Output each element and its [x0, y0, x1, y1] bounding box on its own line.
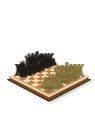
square-h2: ♟	[70, 73, 78, 77]
chess-set-photo: ♜♞♝♛♚♝♞♜♟♟♟♟♟♟♟♟♟♟♟♟♟♟♟♟♜♞♝♛♚♝♞♜	[0, 0, 95, 126]
square-d6	[36, 73, 44, 77]
chess-board: ♜♞♝♛♚♝♞♜♟♟♟♟♟♟♟♟♟♟♟♟♟♟♟♟♜♞♝♛♚♝♞♜	[8, 61, 90, 98]
